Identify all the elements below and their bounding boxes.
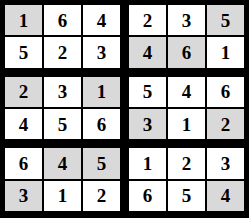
cell-r1c6[interactable]: 5	[207, 5, 244, 35]
cell-r3c3[interactable]: 1	[83, 77, 120, 107]
cell-r6c2[interactable]: 1	[44, 181, 81, 211]
block-divider-vertical	[122, 37, 127, 67]
block-divider-vertical	[122, 148, 127, 178]
cell-r2c2[interactable]: 2	[44, 37, 81, 67]
cell-r4c3[interactable]: 6	[83, 109, 120, 139]
block-divider-horizontal	[5, 141, 244, 146]
cell-r5c3[interactable]: 5	[83, 148, 120, 178]
cell-r4c2[interactable]: 5	[44, 109, 81, 139]
cell-r5c2[interactable]: 4	[44, 148, 81, 178]
cell-r3c2[interactable]: 3	[44, 77, 81, 107]
cell-r2c6[interactable]: 1	[207, 37, 244, 67]
cell-r1c2[interactable]: 6	[44, 5, 81, 35]
block-divider-vertical	[122, 109, 127, 139]
sudoku-board: 1 6 4 2 3 5 5 2 3 4 6 1 2 3 1 5 4 6 4 5 …	[0, 0, 249, 218]
cell-r3c4[interactable]: 5	[129, 77, 166, 107]
cell-r6c4[interactable]: 6	[129, 181, 166, 211]
block-divider-vertical	[122, 181, 127, 211]
block-divider-vertical	[122, 5, 127, 35]
cell-r6c5[interactable]: 5	[168, 181, 205, 211]
cell-r5c1[interactable]: 6	[5, 148, 42, 178]
block-divider-vertical	[122, 77, 127, 107]
cell-r2c1[interactable]: 5	[5, 37, 42, 67]
cell-r3c1[interactable]: 2	[5, 77, 42, 107]
cell-r2c5[interactable]: 6	[168, 37, 205, 67]
cell-r3c6[interactable]: 6	[207, 77, 244, 107]
cell-r1c3[interactable]: 4	[83, 5, 120, 35]
cell-r4c1[interactable]: 4	[5, 109, 42, 139]
cell-r1c4[interactable]: 2	[129, 5, 166, 35]
cell-r5c4[interactable]: 1	[129, 148, 166, 178]
cell-r3c5[interactable]: 4	[168, 77, 205, 107]
cell-r5c6[interactable]: 3	[207, 148, 244, 178]
cell-r6c1[interactable]: 3	[5, 181, 42, 211]
cell-r6c6[interactable]: 4	[207, 181, 244, 211]
cell-r4c6[interactable]: 2	[207, 109, 244, 139]
cell-r2c3[interactable]: 3	[83, 37, 120, 67]
cell-r1c1[interactable]: 1	[5, 5, 42, 35]
cell-r1c5[interactable]: 3	[168, 5, 205, 35]
cell-r2c4[interactable]: 4	[129, 37, 166, 67]
cell-r4c4[interactable]: 3	[129, 109, 166, 139]
cell-r4c5[interactable]: 1	[168, 109, 205, 139]
block-divider-horizontal	[5, 70, 244, 75]
cell-r6c3[interactable]: 2	[83, 181, 120, 211]
cell-r5c5[interactable]: 2	[168, 148, 205, 178]
